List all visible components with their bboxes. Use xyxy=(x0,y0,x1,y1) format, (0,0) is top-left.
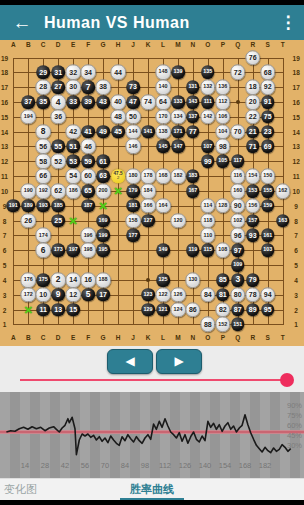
stone-W12: 12 xyxy=(65,287,81,303)
stone-W70: 70 xyxy=(230,124,246,140)
coordinate-label: O xyxy=(205,40,210,47)
svg-text:45%: 45% xyxy=(287,431,302,440)
coordinate-label: M xyxy=(175,40,180,47)
stone-W98: 98 xyxy=(215,139,231,155)
stone-B137: 137 xyxy=(186,110,200,124)
stone-W178: 178 xyxy=(140,168,156,184)
coordinate-label: J xyxy=(131,334,135,341)
stone-W110: 110 xyxy=(200,228,216,244)
coordinate-label: M xyxy=(175,334,180,341)
coordinate-label: G xyxy=(101,334,106,341)
app-bar: ← Human VS Human ⋮ xyxy=(0,5,304,40)
winrate-chart-svg: 1428425670849811212614015416818290%75%60… xyxy=(0,392,304,478)
coordinate-label: R xyxy=(250,334,255,341)
stone-B79: 79 xyxy=(246,273,260,287)
coordinate-label: D xyxy=(56,40,61,47)
coordinate-label: 13 xyxy=(293,143,300,150)
stone-B171: 171 xyxy=(171,125,185,139)
coordinate-label: 14 xyxy=(1,128,8,135)
svg-text:60%: 60% xyxy=(287,421,302,430)
stone-B9: 9 xyxy=(51,288,65,302)
stone-B175: 175 xyxy=(36,273,50,287)
coordinate-label: Q xyxy=(235,334,240,341)
stone-W54: 54 xyxy=(65,168,81,184)
next-move-button[interactable]: ▶ xyxy=(156,349,202,374)
stone-W4: 4 xyxy=(50,94,66,110)
svg-text:154: 154 xyxy=(219,461,232,470)
stone-B183: 183 xyxy=(186,169,200,183)
coordinate-label: 14 xyxy=(293,128,300,135)
stone-B197: 197 xyxy=(66,243,80,257)
stone-B181: 181 xyxy=(126,199,140,213)
stone-W192: 192 xyxy=(35,183,51,199)
coordinate-label: A xyxy=(11,40,16,47)
stone-W80: 80 xyxy=(230,287,246,303)
stone-B127: 127 xyxy=(141,214,155,228)
svg-text:84: 84 xyxy=(121,461,129,470)
stone-B39: 39 xyxy=(81,95,95,109)
back-icon[interactable]: ← xyxy=(0,5,44,40)
stone-W96: 96 xyxy=(230,228,246,244)
coordinate-label: 9 xyxy=(294,202,298,209)
coordinate-label: B xyxy=(26,40,31,47)
stone-W186: 186 xyxy=(65,183,81,199)
stone-B21: 21 xyxy=(246,125,260,139)
stone-W160: 160 xyxy=(230,183,246,199)
svg-text:140: 140 xyxy=(199,461,212,470)
coordinate-label: 18 xyxy=(1,69,8,76)
coordinate-label: P xyxy=(221,334,225,341)
stone-W174: 174 xyxy=(35,228,51,244)
stone-W28: 28 xyxy=(35,79,51,95)
stone-W90: 90 xyxy=(230,198,246,214)
stone-W82: 82 xyxy=(215,302,231,318)
svg-text:70: 70 xyxy=(101,461,109,470)
stone-W120: 120 xyxy=(170,213,186,229)
prev-move-button[interactable]: ◀ xyxy=(107,349,153,374)
stone-B75: 75 xyxy=(261,110,275,124)
stone-B185: 185 xyxy=(51,199,65,213)
stone-B169: 169 xyxy=(96,214,110,228)
svg-text:182: 182 xyxy=(259,461,272,470)
stone-W158: 158 xyxy=(125,213,141,229)
green-cross-marker: ✕ xyxy=(69,214,78,227)
bottom-tab-bar: 变化图 胜率曲线 xyxy=(0,478,304,501)
stone-B193: 193 xyxy=(36,199,50,213)
stone-B123: 123 xyxy=(141,288,155,302)
stone-W48: 48 xyxy=(110,109,126,125)
stone-B69: 69 xyxy=(261,140,275,154)
stone-B173: 173 xyxy=(51,243,65,257)
coordinate-label: H xyxy=(116,40,121,47)
coordinate-label: 11 xyxy=(1,173,8,180)
stone-B37: 37 xyxy=(21,95,35,109)
coordinate-label: N xyxy=(191,40,196,47)
coordinate-label: L xyxy=(161,334,165,341)
stone-B45: 45 xyxy=(111,125,125,139)
stone-W40: 40 xyxy=(110,94,126,110)
stone-B53: 53 xyxy=(66,155,80,169)
move-slider-track[interactable] xyxy=(20,379,287,381)
stone-W42: 42 xyxy=(65,124,81,140)
stone-W68: 68 xyxy=(260,65,276,81)
stone-B13: 13 xyxy=(51,303,65,317)
stone-W34: 34 xyxy=(80,65,96,81)
stone-W128: 128 xyxy=(215,198,231,214)
coordinate-label: 19 xyxy=(293,54,300,61)
stone-W148: 148 xyxy=(155,65,171,81)
stone-W88: 88 xyxy=(200,317,216,333)
coordinate-label: E xyxy=(71,40,75,47)
stone-B93: 93 xyxy=(246,229,260,243)
stone-B47: 47 xyxy=(126,95,140,109)
stone-B121: 121 xyxy=(156,303,170,317)
stone-W200: 200 xyxy=(95,183,111,199)
stone-B155: 155 xyxy=(261,184,275,198)
move-slider-knob[interactable] xyxy=(280,373,294,387)
coordinate-label: 5 xyxy=(294,262,298,269)
coordinate-label: 17 xyxy=(1,84,8,91)
stone-W20: 20 xyxy=(245,94,261,110)
stone-W52: 52 xyxy=(50,154,66,170)
coordinate-label: B xyxy=(26,334,31,341)
stone-W112: 112 xyxy=(215,94,231,110)
coordinate-label: 6 xyxy=(294,247,298,254)
stone-W6: 6 xyxy=(35,242,51,258)
stone-B109: 109 xyxy=(231,258,245,272)
stone-B51: 51 xyxy=(66,140,80,154)
stone-W196: 196 xyxy=(80,228,96,244)
stone-B71: 71 xyxy=(246,140,260,154)
stone-W134: 134 xyxy=(170,109,186,125)
stone-B177: 177 xyxy=(126,229,140,243)
stone-B133: 133 xyxy=(171,95,185,109)
stone-W78: 78 xyxy=(245,287,261,303)
stone-B97: 97 xyxy=(231,243,245,257)
coordinate-label: 18 xyxy=(293,69,300,76)
stone-W132: 132 xyxy=(200,79,216,95)
stone-W156: 156 xyxy=(245,198,261,214)
stone-W8: 8 xyxy=(35,124,51,140)
green-cross-marker: ✕ xyxy=(98,199,107,212)
stone-W66: 66 xyxy=(35,168,51,184)
stone-B105: 105 xyxy=(216,155,230,169)
coordinate-label: 7 xyxy=(3,232,7,239)
stone-B117: 117 xyxy=(231,155,245,169)
stone-B91: 91 xyxy=(261,95,275,109)
coordinate-label: 2 xyxy=(294,306,298,313)
coordinate-label: 3 xyxy=(3,291,7,298)
stone-W154: 154 xyxy=(245,168,261,184)
coordinate-label: R xyxy=(250,40,255,47)
stone-B5: 5 xyxy=(81,288,95,302)
stone-B129: 129 xyxy=(141,303,155,317)
stone-W116: 116 xyxy=(230,168,246,184)
coordinate-label: H xyxy=(116,334,121,341)
star-point xyxy=(236,100,240,104)
stone-W164: 164 xyxy=(155,198,171,214)
stone-B115: 115 xyxy=(201,243,215,257)
overflow-menu-icon[interactable]: ⋮ xyxy=(278,5,298,40)
stone-B135: 135 xyxy=(201,66,215,80)
stone-W94: 94 xyxy=(260,287,276,303)
stone-W126: 126 xyxy=(170,287,186,303)
stone-W86: 86 xyxy=(185,302,201,318)
stone-B23: 23 xyxy=(261,125,275,139)
coordinate-label: 6 xyxy=(3,247,7,254)
stone-W38: 38 xyxy=(95,79,111,95)
stone-B103: 103 xyxy=(261,243,275,257)
stone-W22: 22 xyxy=(245,109,261,125)
stone-B95: 95 xyxy=(261,303,275,317)
coordinate-label: T xyxy=(281,40,285,47)
stone-W176: 176 xyxy=(20,272,36,288)
page-title: Human VS Human xyxy=(44,14,190,32)
stone-W142: 142 xyxy=(200,109,216,125)
stone-B17: 17 xyxy=(96,288,110,302)
stone-W168: 168 xyxy=(155,168,171,184)
stone-W74: 74 xyxy=(140,94,156,110)
coordinate-label: T xyxy=(281,334,285,341)
stone-B125: 125 xyxy=(156,273,170,287)
stone-B157: 157 xyxy=(246,214,260,228)
stone-B99: 99 xyxy=(201,155,215,169)
coordinate-label: 12 xyxy=(1,158,8,165)
stone-B3: 3 xyxy=(231,273,245,287)
stone-W44: 44 xyxy=(110,65,126,81)
stone-W72: 72 xyxy=(230,65,246,81)
coordinate-label: 12 xyxy=(293,158,300,165)
stone-B141: 141 xyxy=(141,125,155,139)
stone-B131: 131 xyxy=(186,80,200,94)
stone-W14: 14 xyxy=(65,272,81,288)
stone-B119: 119 xyxy=(186,243,200,257)
svg-text:126: 126 xyxy=(179,461,192,470)
green-cross-marker: ✕ xyxy=(113,184,122,197)
stone-W102: 102 xyxy=(230,213,246,229)
coordinate-label: S xyxy=(266,40,270,47)
stone-W194: 194 xyxy=(20,109,36,125)
stone-W184: 184 xyxy=(140,183,156,199)
stone-W106: 106 xyxy=(215,109,231,125)
coordinate-label: G xyxy=(101,40,106,47)
stone-B41: 41 xyxy=(81,125,95,139)
svg-text:56: 56 xyxy=(81,461,89,470)
stone-W2: 2 xyxy=(50,272,66,288)
stone-B61: 61 xyxy=(96,155,110,169)
stone-W26: 26 xyxy=(20,213,36,229)
stone-B43: 43 xyxy=(96,95,110,109)
stone-B89: 89 xyxy=(246,303,260,317)
coordinate-label: A xyxy=(11,334,16,341)
stone-B87: 87 xyxy=(231,303,245,317)
stone-B147: 147 xyxy=(171,140,185,154)
svg-text:90%: 90% xyxy=(287,401,302,410)
star-point xyxy=(146,278,150,282)
coordinate-label: J xyxy=(131,40,135,47)
stone-W36: 36 xyxy=(50,109,66,125)
stone-B163: 163 xyxy=(276,214,290,228)
stone-B63: 63 xyxy=(96,169,110,183)
coordinate-label: L xyxy=(161,40,165,47)
stone-B25: 25 xyxy=(51,214,65,228)
tab-winrate-curve[interactable]: 胜率曲线 xyxy=(0,482,304,497)
app-screen: ← Human VS Human ⋮ AABBCCDDEEFFGGHHJJKKL… xyxy=(0,0,304,505)
winrate-chart: 1428425670849811212614015416818290%75%60… xyxy=(0,392,304,478)
svg-text:30%: 30% xyxy=(287,441,302,450)
stone-W32: 32 xyxy=(65,65,81,81)
stone-B195: 195 xyxy=(96,243,110,257)
stone-W190: 190 xyxy=(20,183,36,199)
coordinate-label: 7 xyxy=(294,232,298,239)
stone-W10: 10 xyxy=(35,287,51,303)
stone-W170: 170 xyxy=(155,109,171,125)
coordinate-label: S xyxy=(266,334,270,341)
stone-B49: 49 xyxy=(96,125,110,139)
stone-W140: 140 xyxy=(155,79,171,95)
coordinate-label: 8 xyxy=(3,217,7,224)
coordinate-label: P xyxy=(221,40,225,47)
svg-text:75%: 75% xyxy=(287,411,302,420)
stone-B35: 35 xyxy=(36,95,50,109)
stone-W166: 166 xyxy=(140,198,156,214)
stone-B73: 73 xyxy=(126,80,140,94)
stone-W60: 60 xyxy=(80,168,96,184)
coordinate-label: 17 xyxy=(293,84,300,91)
coordinate-label: 4 xyxy=(3,276,7,283)
stone-B167: 167 xyxy=(186,184,200,198)
suggestion-badge: 47.52 xyxy=(111,169,125,183)
stone-W46: 46 xyxy=(80,139,96,155)
stone-W180: 180 xyxy=(125,168,141,184)
coordinate-label: 4 xyxy=(294,276,298,283)
stone-W144: 144 xyxy=(125,124,141,140)
stone-B59: 59 xyxy=(81,155,95,169)
stone-B139: 139 xyxy=(171,66,185,80)
svg-text:28: 28 xyxy=(41,461,49,470)
coordinate-label: Q xyxy=(235,40,240,47)
stone-W138: 138 xyxy=(155,124,171,140)
coordinate-label: 10 xyxy=(293,187,300,194)
stone-B85: 85 xyxy=(216,273,230,287)
stone-W30: 30 xyxy=(65,79,81,95)
coordinate-label: 5 xyxy=(3,262,7,269)
stone-W172: 172 xyxy=(20,287,36,303)
stone-B107: 107 xyxy=(201,140,215,154)
svg-text:42: 42 xyxy=(61,461,69,470)
stone-B65: 65 xyxy=(81,184,95,198)
stone-B27: 27 xyxy=(51,80,65,94)
coordinate-label: 1 xyxy=(3,321,7,328)
coordinate-label: 15 xyxy=(1,113,8,120)
stone-W162: 162 xyxy=(275,183,291,199)
coordinate-label: 3 xyxy=(294,291,298,298)
coordinate-label: E xyxy=(71,334,75,341)
stone-W108: 108 xyxy=(215,242,231,258)
stone-B179: 179 xyxy=(126,184,140,198)
stone-B29: 29 xyxy=(36,66,50,80)
coordinate-label: 2 xyxy=(3,306,7,313)
coordinate-label: D xyxy=(56,334,61,341)
stone-W114: 114 xyxy=(200,198,216,214)
coordinate-label: 1 xyxy=(294,321,298,328)
stone-B31: 31 xyxy=(51,66,65,80)
stone-B15: 15 xyxy=(66,303,80,317)
svg-text:14: 14 xyxy=(21,461,29,470)
stone-W92: 92 xyxy=(260,79,276,95)
stone-B11: 11 xyxy=(36,303,50,317)
coordinate-label: 16 xyxy=(1,98,8,105)
svg-text:168: 168 xyxy=(239,461,252,470)
stone-W118: 118 xyxy=(200,213,216,229)
stone-B199: 199 xyxy=(96,229,110,243)
coordinate-label: 16 xyxy=(293,98,300,105)
stone-W150: 150 xyxy=(260,168,276,184)
coordinate-label: 10 xyxy=(1,187,8,194)
coordinate-label: 15 xyxy=(293,113,300,120)
stone-W122: 122 xyxy=(155,287,171,303)
go-board[interactable]: AABBCCDDEEFFGGHHJJKKLLMMNNOOPPQQRRSSTT19… xyxy=(0,40,304,346)
stone-W16: 16 xyxy=(80,272,96,288)
stone-B153: 153 xyxy=(246,184,260,198)
coordinate-label: F xyxy=(86,334,90,341)
stone-B55: 55 xyxy=(51,140,65,154)
stone-W198: 198 xyxy=(80,242,96,258)
coordinate-label: O xyxy=(205,334,210,341)
stone-W130: 130 xyxy=(185,272,201,288)
bottom-black-strip xyxy=(0,500,304,505)
stone-W84: 84 xyxy=(200,287,216,303)
stone-W18: 18 xyxy=(245,79,261,95)
stone-W188: 188 xyxy=(95,272,111,288)
coordinate-label: N xyxy=(191,334,196,341)
coordinate-label: K xyxy=(146,334,151,341)
stone-B33: 33 xyxy=(66,95,80,109)
stone-B161: 161 xyxy=(261,229,275,243)
stone-W76: 76 xyxy=(245,50,261,66)
stone-B191: 191 xyxy=(7,199,21,213)
coordinate-label: 8 xyxy=(294,217,298,224)
coordinate-label: C xyxy=(41,334,46,341)
stone-W136: 136 xyxy=(215,79,231,95)
stone-B7: 7 xyxy=(81,80,95,94)
stone-W64: 64 xyxy=(155,94,171,110)
coordinate-label: 11 xyxy=(293,173,300,180)
stone-B159: 159 xyxy=(261,199,275,213)
coordinate-label: 13 xyxy=(1,143,8,150)
stone-W124: 124 xyxy=(170,302,186,318)
stone-W50: 50 xyxy=(125,109,141,125)
stone-W62: 62 xyxy=(50,183,66,199)
green-cross-marker: ✕ xyxy=(24,303,33,316)
svg-text:98: 98 xyxy=(141,461,149,470)
stone-B145: 145 xyxy=(156,140,170,154)
coordinate-label: C xyxy=(41,40,46,47)
stone-B187: 187 xyxy=(81,199,95,213)
stone-W146: 146 xyxy=(125,139,141,155)
stone-W152: 152 xyxy=(215,317,231,333)
coordinate-label: F xyxy=(86,40,90,47)
stone-B149: 149 xyxy=(156,243,170,257)
coordinate-label: 19 xyxy=(1,54,8,61)
stone-W104: 104 xyxy=(215,124,231,140)
coordinate-label: K xyxy=(146,40,151,47)
stone-B81: 81 xyxy=(216,288,230,302)
navigation-panel: ◀ ▶ xyxy=(0,346,304,392)
stone-W58: 58 xyxy=(35,154,51,170)
stone-B111: 111 xyxy=(201,95,215,109)
stone-B189: 189 xyxy=(21,199,35,213)
